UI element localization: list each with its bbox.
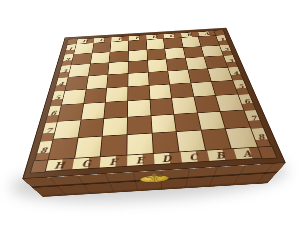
square-e5[interactable] <box>128 85 149 100</box>
square-c8[interactable] <box>177 131 205 152</box>
clasp-plate <box>140 175 169 183</box>
square-c7[interactable] <box>174 113 200 132</box>
square-a5[interactable] <box>212 80 237 95</box>
square-f6[interactable] <box>104 101 127 118</box>
square-b5[interactable] <box>191 82 215 97</box>
square-c5[interactable] <box>170 83 193 98</box>
square-h5[interactable] <box>62 89 86 104</box>
square-c4[interactable] <box>168 70 190 84</box>
square-d2[interactable] <box>147 49 166 60</box>
square-a6[interactable] <box>216 94 243 110</box>
product-photo: HGFEDCBA HGFEDCBA 12345678 12345678 ⚜ <box>0 0 307 240</box>
square-h2[interactable] <box>71 53 91 65</box>
square-e1[interactable] <box>129 40 147 51</box>
square-d6[interactable] <box>150 99 173 116</box>
square-e7[interactable] <box>127 116 151 135</box>
square-a7[interactable] <box>221 110 250 128</box>
square-g4[interactable] <box>86 75 107 89</box>
square-e2[interactable] <box>129 50 147 62</box>
square-f8[interactable] <box>101 135 127 156</box>
square-h4[interactable] <box>65 76 87 90</box>
square-d7[interactable] <box>151 114 176 133</box>
square-c6[interactable] <box>172 97 197 114</box>
square-h3[interactable] <box>69 64 90 77</box>
clasp-icon: ⚜ <box>137 171 171 185</box>
square-e8[interactable] <box>127 134 152 155</box>
clasp-ornament-icon: ⚜ <box>142 169 165 186</box>
square-g2[interactable] <box>91 52 110 64</box>
square-d8[interactable] <box>152 132 178 153</box>
square-a4[interactable] <box>208 68 232 82</box>
square-b4[interactable] <box>188 69 211 83</box>
square-g5[interactable] <box>84 88 107 103</box>
square-a3[interactable] <box>205 56 228 68</box>
square-b3[interactable] <box>186 57 208 69</box>
square-f7[interactable] <box>103 117 127 136</box>
square-c2[interactable] <box>165 48 185 59</box>
square-g6[interactable] <box>81 103 105 120</box>
square-f2[interactable] <box>110 51 129 63</box>
square-g8[interactable] <box>75 137 102 158</box>
chess-box: HGFEDCBA HGFEDCBA 12345678 12345678 ⚜ <box>22 28 286 179</box>
frame-corner <box>258 147 276 159</box>
board-top: HGFEDCBA HGFEDCBA 12345678 12345678 <box>22 28 286 179</box>
square-e3[interactable] <box>128 61 147 74</box>
square-g3[interactable] <box>89 63 109 76</box>
square-d5[interactable] <box>149 84 171 99</box>
square-h8[interactable] <box>49 138 78 159</box>
square-d3[interactable] <box>148 59 168 71</box>
square-e6[interactable] <box>128 100 150 117</box>
square-h6[interactable] <box>58 104 83 121</box>
square-h7[interactable] <box>54 120 81 139</box>
square-a2[interactable] <box>202 45 223 56</box>
square-b2[interactable] <box>183 46 204 57</box>
square-f5[interactable] <box>106 87 127 102</box>
square-e4[interactable] <box>128 72 148 86</box>
square-a1[interactable] <box>199 36 219 46</box>
square-d4[interactable] <box>148 71 169 85</box>
square-f3[interactable] <box>108 62 127 75</box>
square-f4[interactable] <box>107 74 127 88</box>
square-c3[interactable] <box>167 58 188 70</box>
square-g7[interactable] <box>78 119 103 138</box>
